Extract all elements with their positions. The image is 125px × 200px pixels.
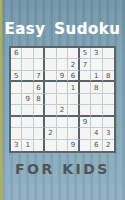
sudoku-cell-r8c8: 4 xyxy=(91,128,102,139)
sudoku-cell-r9c2: 1 xyxy=(22,140,33,151)
sudoku-cell-r6c3 xyxy=(34,105,45,116)
sudoku-cell-r5c8 xyxy=(91,94,102,105)
sudoku-cell-r1c3 xyxy=(34,48,45,59)
sudoku-cell-r9c4 xyxy=(45,140,56,151)
sudoku-cell-r9c7 xyxy=(80,140,91,151)
sudoku-cell-r1c2 xyxy=(22,48,33,59)
sudoku-cell-r7c7: 9 xyxy=(80,117,91,128)
book-cover: Easy Sudoku 65327579618618982924331962 F… xyxy=(0,0,125,200)
sudoku-cell-r4c7 xyxy=(80,82,91,93)
sudoku-cell-r8c4: 2 xyxy=(45,128,56,139)
sudoku-cell-r3c1: 5 xyxy=(11,71,22,82)
sudoku-cell-r2c7: 7 xyxy=(80,59,91,70)
book-subtitle: FOR KIDS xyxy=(0,161,125,177)
sudoku-cell-r7c6 xyxy=(68,117,79,128)
sudoku-cell-r2c5 xyxy=(57,59,68,70)
sudoku-cell-r5c6 xyxy=(68,94,79,105)
sudoku-cell-r9c5 xyxy=(57,140,68,151)
sudoku-cell-r7c3 xyxy=(34,117,45,128)
sudoku-cell-r1c7: 5 xyxy=(80,48,91,59)
sudoku-cell-r6c4 xyxy=(45,105,56,116)
sudoku-cell-r3c5: 9 xyxy=(57,71,68,82)
sudoku-cell-r3c2 xyxy=(22,71,33,82)
sudoku-cell-r8c5 xyxy=(57,128,68,139)
sudoku-cell-r4c8: 8 xyxy=(91,82,102,93)
sudoku-cell-r3c4 xyxy=(45,71,56,82)
sudoku-cell-r8c1 xyxy=(11,128,22,139)
sudoku-cell-r9c1: 3 xyxy=(11,140,22,151)
sudoku-cell-r7c2 xyxy=(22,117,33,128)
sudoku-cell-r3c3: 7 xyxy=(34,71,45,82)
sudoku-cell-r3c9: 8 xyxy=(103,71,114,82)
sudoku-cell-r2c3 xyxy=(34,59,45,70)
sudoku-cell-r2c1 xyxy=(11,59,22,70)
book-title: Easy Sudoku xyxy=(0,20,125,38)
sudoku-cell-r7c8 xyxy=(91,117,102,128)
sudoku-cell-r2c6: 2 xyxy=(68,59,79,70)
sudoku-cell-r7c4 xyxy=(45,117,56,128)
sudoku-cell-r1c6 xyxy=(68,48,79,59)
sudoku-cell-r5c1 xyxy=(11,94,22,105)
sudoku-cell-r2c9 xyxy=(103,59,114,70)
sudoku-cell-r5c4 xyxy=(45,94,56,105)
sudoku-cell-r9c9: 2 xyxy=(103,140,114,151)
sudoku-cell-r8c7 xyxy=(80,128,91,139)
sudoku-cell-r3c7 xyxy=(80,71,91,82)
sudoku-cell-r7c1 xyxy=(11,117,22,128)
sudoku-cell-r2c8 xyxy=(91,59,102,70)
sudoku-cell-r1c1: 6 xyxy=(11,48,22,59)
sudoku-cell-r4c5 xyxy=(57,82,68,93)
sudoku-cell-r4c3: 6 xyxy=(34,82,45,93)
sudoku-grid: 65327579618618982924331962 xyxy=(9,46,116,153)
sudoku-cell-r9c8: 6 xyxy=(91,140,102,151)
sudoku-cell-r4c9 xyxy=(103,82,114,93)
sudoku-cell-r4c1 xyxy=(11,82,22,93)
sudoku-cell-r5c5 xyxy=(57,94,68,105)
sudoku-cell-r5c3: 8 xyxy=(34,94,45,105)
sudoku-cell-r6c8 xyxy=(91,105,102,116)
sudoku-cell-r6c6 xyxy=(68,105,79,116)
sudoku-cell-r7c9 xyxy=(103,117,114,128)
sudoku-cell-r3c6: 6 xyxy=(68,71,79,82)
sudoku-cell-r4c6: 1 xyxy=(68,82,79,93)
sudoku-cell-r5c2: 9 xyxy=(22,94,33,105)
sudoku-cell-r9c3 xyxy=(34,140,45,151)
sudoku-cell-r1c8: 3 xyxy=(91,48,102,59)
sudoku-cell-r8c3 xyxy=(34,128,45,139)
sudoku-cell-r1c5 xyxy=(57,48,68,59)
sudoku-cell-r4c4 xyxy=(45,82,56,93)
sudoku-cell-r8c2 xyxy=(22,128,33,139)
sudoku-cell-r6c1 xyxy=(11,105,22,116)
sudoku-cell-r7c5 xyxy=(57,117,68,128)
sudoku-cell-r3c8: 1 xyxy=(91,71,102,82)
sudoku-cell-r4c2 xyxy=(22,82,33,93)
sudoku-cell-r2c2 xyxy=(22,59,33,70)
sudoku-cell-r8c6 xyxy=(68,128,79,139)
sudoku-cell-r5c7 xyxy=(80,94,91,105)
sudoku-cell-r6c7 xyxy=(80,105,91,116)
sudoku-cell-r2c4 xyxy=(45,59,56,70)
sudoku-cell-r5c9 xyxy=(103,94,114,105)
sudoku-cell-r6c5: 2 xyxy=(57,105,68,116)
sudoku-cell-r1c9 xyxy=(103,48,114,59)
sudoku-cell-r6c9 xyxy=(103,105,114,116)
sudoku-cell-r8c9: 3 xyxy=(103,128,114,139)
sudoku-cell-r6c2 xyxy=(22,105,33,116)
sudoku-cell-r9c6: 9 xyxy=(68,140,79,151)
sudoku-cell-r1c4 xyxy=(45,48,56,59)
accent-stripe xyxy=(0,0,2,200)
